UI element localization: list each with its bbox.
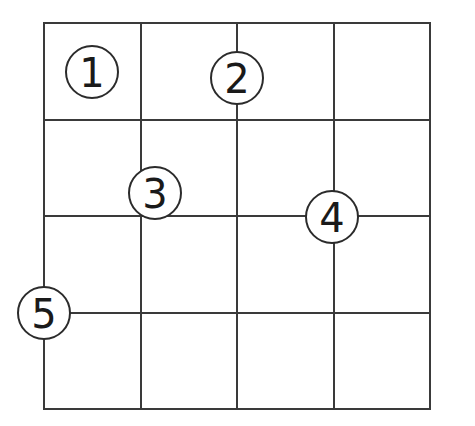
- cell-r3c1[interactable]: [142, 314, 237, 409]
- clue-number: 2: [224, 59, 249, 99]
- clue-circle-1: 1: [65, 45, 119, 99]
- clue-number: 5: [31, 294, 56, 334]
- clue-circle-2: 2: [210, 51, 264, 105]
- clue-circle-4: 4: [305, 190, 359, 244]
- clue-number: 1: [79, 53, 104, 93]
- clue-circle-3: 3: [128, 166, 182, 220]
- cell-r0c3[interactable]: [335, 24, 430, 119]
- clue-circle-5: 5: [17, 286, 71, 340]
- cell-r1c0[interactable]: [45, 121, 140, 216]
- clue-number: 4: [319, 198, 344, 238]
- puzzle-diagram: 12345: [0, 0, 475, 426]
- cell-r3c3[interactable]: [335, 314, 430, 409]
- cell-r2c1[interactable]: [142, 217, 237, 312]
- cell-r3c2[interactable]: [238, 314, 333, 409]
- clue-number: 3: [142, 174, 167, 214]
